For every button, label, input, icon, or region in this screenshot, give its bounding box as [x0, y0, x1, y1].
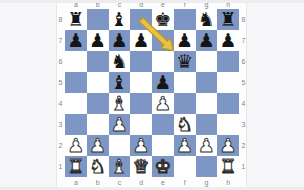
square-b8[interactable] — [87, 9, 109, 30]
square-h3[interactable] — [217, 114, 239, 135]
square-c6[interactable]: ♞ — [109, 51, 131, 72]
square-b5[interactable] — [87, 72, 109, 93]
square-c7[interactable]: ♟ — [109, 30, 131, 51]
square-a5[interactable] — [65, 72, 87, 93]
piece-white-pawn[interactable]: ♟ — [133, 136, 150, 155]
square-f2[interactable]: ♟ — [174, 135, 196, 156]
piece-white-knight[interactable]: ♞ — [176, 115, 193, 134]
top-edge-strip — [0, 0, 304, 3]
piece-white-bishop[interactable]: ♝ — [111, 94, 128, 113]
square-g1[interactable] — [196, 156, 218, 177]
square-a2[interactable]: ♟ — [65, 135, 87, 156]
square-c3[interactable]: ♟ — [109, 114, 131, 135]
piece-black-pawn[interactable]: ♟ — [220, 31, 237, 50]
piece-white-bishop[interactable]: ♝ — [111, 157, 128, 176]
square-a4[interactable] — [65, 93, 87, 114]
square-a3[interactable] — [65, 114, 87, 135]
rank-labels-left: 87654321 — [56, 9, 65, 177]
square-h5[interactable] — [217, 72, 239, 93]
square-d6[interactable] — [130, 51, 152, 72]
piece-white-rook[interactable]: ♜ — [220, 157, 237, 176]
square-a8[interactable]: ♜ — [65, 9, 87, 30]
square-h1[interactable]: ♜ — [217, 156, 239, 177]
piece-white-pawn[interactable]: ♟ — [198, 136, 215, 155]
square-e5[interactable]: ♟ — [152, 72, 174, 93]
piece-black-bishop[interactable]: ♝ — [111, 10, 128, 29]
piece-black-knight[interactable]: ♞ — [198, 10, 215, 29]
rank-label-4: 4 — [239, 93, 248, 114]
square-a1[interactable]: ♜ — [65, 156, 87, 177]
piece-white-rook[interactable]: ♜ — [67, 157, 84, 176]
square-e6[interactable] — [152, 51, 174, 72]
rank-label-1: 1 — [239, 156, 248, 177]
square-f8[interactable] — [174, 9, 196, 30]
square-h4[interactable] — [217, 93, 239, 114]
rank-label-8: 8 — [239, 9, 248, 30]
square-e4[interactable]: ♟ — [152, 93, 174, 114]
square-f1[interactable] — [174, 156, 196, 177]
square-c8[interactable]: ♝ — [109, 9, 131, 30]
square-f4[interactable] — [174, 93, 196, 114]
piece-black-queen[interactable]: ♛ — [176, 52, 193, 71]
square-d8[interactable] — [130, 9, 152, 30]
piece-black-pawn[interactable]: ♟ — [176, 31, 193, 50]
piece-black-pawn[interactable]: ♟ — [89, 31, 106, 50]
square-b1[interactable]: ♞ — [87, 156, 109, 177]
square-f5[interactable] — [174, 72, 196, 93]
rank-label-8: 8 — [56, 9, 65, 30]
chess-board: ♜♝♚♞♜♟♟♟♟♟♟♟♞♛♝♟♝♟♟♞♟♟♟♟♟♟♜♞♝♛♚♜ — [65, 9, 239, 177]
piece-black-pawn[interactable]: ♟ — [154, 73, 171, 92]
rank-label-4: 4 — [56, 93, 65, 114]
rank-label-2: 2 — [239, 135, 248, 156]
piece-black-rook[interactable]: ♜ — [220, 10, 237, 29]
square-g7[interactable]: ♟ — [196, 30, 218, 51]
square-c2[interactable] — [109, 135, 131, 156]
piece-white-pawn[interactable]: ♟ — [89, 136, 106, 155]
square-g5[interactable] — [196, 72, 218, 93]
piece-black-knight[interactable]: ♞ — [111, 52, 128, 71]
square-g3[interactable] — [196, 114, 218, 135]
square-b4[interactable] — [87, 93, 109, 114]
page-background: abcdefgh 87654321 ♜♝♚♞♜♟♟♟♟♟♟♟♞♛♝♟♝♟♟♞♟♟… — [0, 0, 304, 190]
square-d3[interactable] — [130, 114, 152, 135]
square-g2[interactable]: ♟ — [196, 135, 218, 156]
piece-white-knight[interactable]: ♞ — [89, 157, 106, 176]
piece-black-pawn[interactable]: ♟ — [198, 31, 215, 50]
square-e7[interactable] — [152, 30, 174, 51]
rank-label-5: 5 — [239, 72, 248, 93]
piece-black-pawn[interactable]: ♟ — [67, 31, 84, 50]
rank-label-2: 2 — [56, 135, 65, 156]
rank-label-6: 6 — [239, 51, 248, 72]
square-d1[interactable]: ♛ — [130, 156, 152, 177]
piece-white-queen[interactable]: ♛ — [133, 157, 150, 176]
square-b2[interactable]: ♟ — [87, 135, 109, 156]
piece-white-pawn[interactable]: ♟ — [67, 136, 84, 155]
square-f6[interactable]: ♛ — [174, 51, 196, 72]
square-b6[interactable] — [87, 51, 109, 72]
square-d7[interactable]: ♟ — [130, 30, 152, 51]
piece-white-king[interactable]: ♚ — [154, 157, 171, 176]
square-c4[interactable]: ♝ — [109, 93, 131, 114]
square-a7[interactable]: ♟ — [65, 30, 87, 51]
square-h8[interactable]: ♜ — [217, 9, 239, 30]
piece-black-king[interactable]: ♚ — [154, 10, 171, 29]
square-b7[interactable]: ♟ — [87, 30, 109, 51]
square-h2[interactable]: ♟ — [217, 135, 239, 156]
piece-white-pawn[interactable]: ♟ — [111, 115, 128, 134]
piece-white-pawn[interactable]: ♟ — [220, 136, 237, 155]
square-g6[interactable] — [196, 51, 218, 72]
piece-white-pawn[interactable]: ♟ — [176, 136, 193, 155]
square-e1[interactable]: ♚ — [152, 156, 174, 177]
square-d4[interactable] — [130, 93, 152, 114]
square-d2[interactable]: ♟ — [130, 135, 152, 156]
square-h6[interactable] — [217, 51, 239, 72]
square-e8[interactable]: ♚ — [152, 9, 174, 30]
square-f3[interactable]: ♞ — [174, 114, 196, 135]
piece-black-pawn[interactable]: ♟ — [133, 31, 150, 50]
square-e3[interactable] — [152, 114, 174, 135]
rank-label-7: 7 — [56, 30, 65, 51]
square-g8[interactable]: ♞ — [196, 9, 218, 30]
piece-black-pawn[interactable]: ♟ — [111, 31, 128, 50]
square-a6[interactable] — [65, 51, 87, 72]
square-c5[interactable]: ♝ — [109, 72, 131, 93]
piece-black-rook[interactable]: ♜ — [67, 10, 84, 29]
rank-label-7: 7 — [239, 30, 248, 51]
rank-label-6: 6 — [56, 51, 65, 72]
square-h7[interactable]: ♟ — [217, 30, 239, 51]
piece-white-pawn[interactable]: ♟ — [154, 94, 171, 113]
rank-labels-right: 87654321 — [239, 9, 248, 177]
square-d5[interactable] — [130, 72, 152, 93]
square-e2[interactable] — [152, 135, 174, 156]
rank-label-1: 1 — [56, 156, 65, 177]
square-f7[interactable]: ♟ — [174, 30, 196, 51]
square-b3[interactable] — [87, 114, 109, 135]
piece-black-bishop[interactable]: ♝ — [111, 73, 128, 92]
bottom-edge-strip — [0, 187, 304, 190]
square-g4[interactable] — [196, 93, 218, 114]
rank-label-3: 3 — [56, 114, 65, 135]
rank-label-3: 3 — [239, 114, 248, 135]
square-c1[interactable]: ♝ — [109, 156, 131, 177]
rank-label-5: 5 — [56, 72, 65, 93]
